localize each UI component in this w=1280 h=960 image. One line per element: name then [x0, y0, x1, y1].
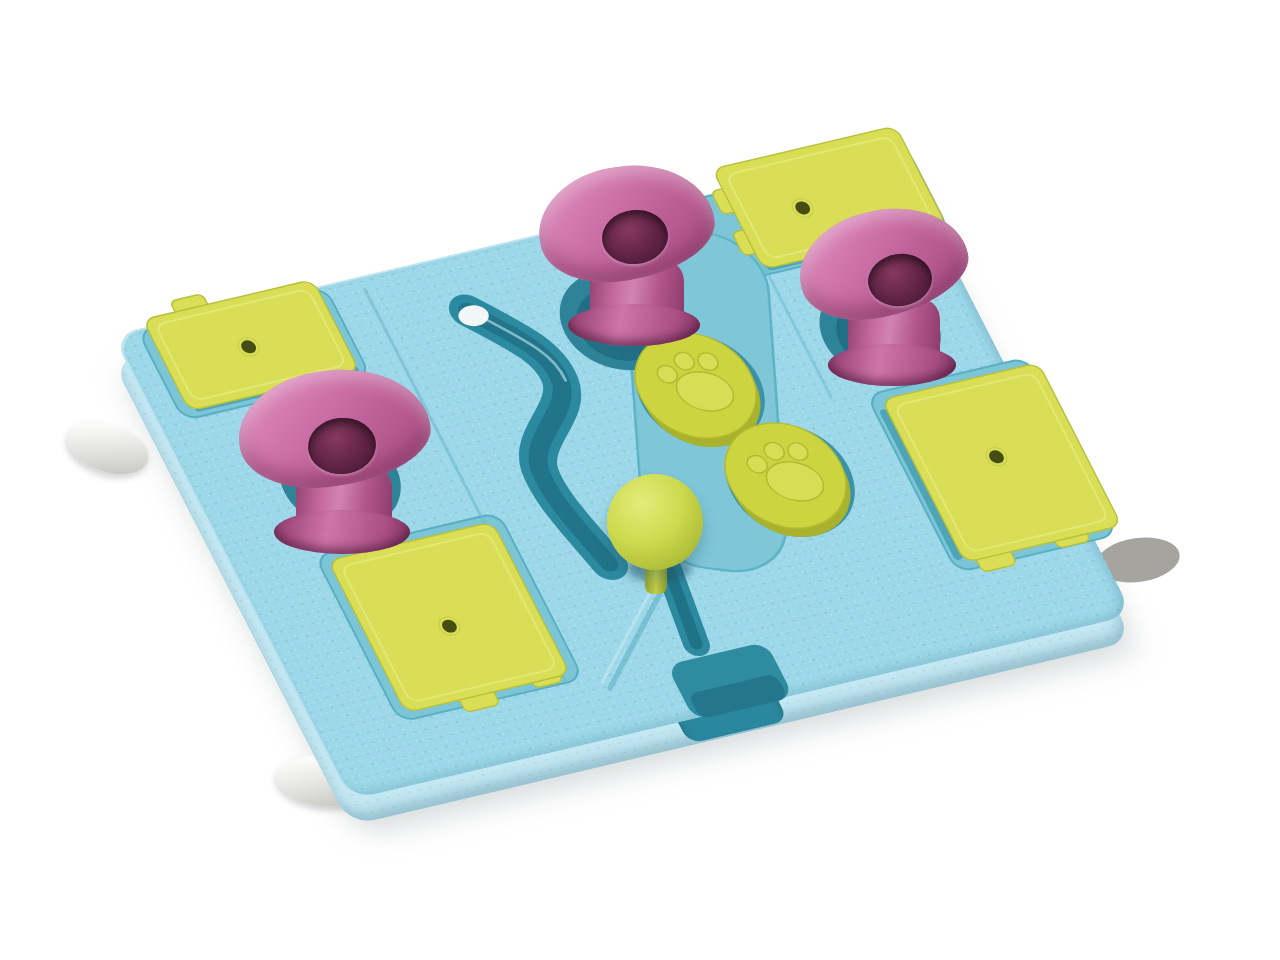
- cup-base-flange: [568, 304, 700, 346]
- cup-right[interactable]: [798, 208, 973, 390]
- cup-base-flange: [274, 510, 410, 554]
- slider-right[interactable]: [874, 363, 1128, 577]
- cup-left[interactable]: [238, 366, 438, 556]
- puzzle-toy-photo: [0, 0, 1280, 960]
- cup-base-flange: [828, 344, 956, 386]
- cup-top-center[interactable]: [538, 166, 718, 352]
- ball-slider[interactable]: [607, 474, 703, 570]
- suction-foot-left: [61, 412, 156, 484]
